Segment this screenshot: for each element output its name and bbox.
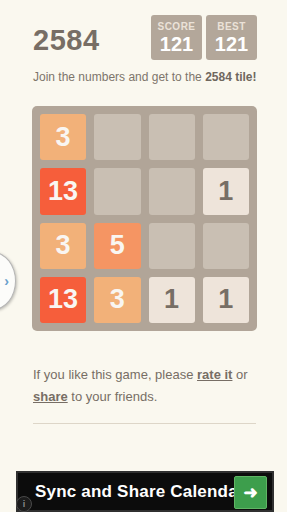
score-value: 121	[160, 33, 193, 55]
score-label: SCORE	[157, 21, 195, 33]
empty-cell	[203, 223, 249, 269]
empty-cell	[94, 114, 140, 160]
ad-banner[interactable]: Sync and Share Calendars ➜ i	[16, 471, 274, 512]
tile-5: 5	[94, 223, 140, 269]
footer-part3: to your friends.	[68, 389, 158, 404]
tile-3: 3	[94, 277, 140, 323]
arrow-right-icon: ➜	[243, 484, 257, 501]
best-box: BEST 121	[206, 15, 257, 60]
side-handle[interactable]: ›	[0, 252, 16, 310]
page-title: 2584	[33, 24, 100, 57]
ad-cta-button[interactable]: ➜	[234, 476, 267, 509]
tile-13: 13	[40, 168, 86, 214]
empty-cell	[94, 168, 140, 214]
share-link[interactable]: share	[33, 389, 68, 404]
best-value: 121	[215, 33, 248, 55]
empty-cell	[149, 168, 195, 214]
score-box: SCORE 121	[151, 15, 202, 60]
subtitle: Join the numbers and get to the 2584 til…	[33, 70, 273, 84]
tile-13: 13	[40, 277, 86, 323]
tile-1: 1	[203, 277, 249, 323]
best-label: BEST	[217, 21, 246, 33]
tile-1: 1	[149, 277, 195, 323]
chevron-right-icon: ›	[4, 274, 9, 288]
score-container: SCORE 121 BEST 121	[151, 15, 257, 60]
tile-3: 3	[40, 223, 86, 269]
empty-cell	[149, 223, 195, 269]
footer-part1: If you like this game, please	[33, 367, 197, 382]
tile-3: 3	[40, 114, 86, 160]
footer-part2: or	[232, 367, 247, 382]
board[interactable]: 31313513311	[32, 106, 257, 331]
app-screen: 2584 SCORE 121 BEST 121 Join the numbers…	[0, 0, 287, 512]
empty-cell	[203, 114, 249, 160]
subtitle-goal: 2584 tile!	[205, 70, 256, 84]
ad-info-icon[interactable]: i	[16, 496, 32, 512]
empty-cell	[149, 114, 195, 160]
subtitle-prefix: Join the numbers and get to the	[33, 70, 205, 84]
rate-link[interactable]: rate it	[197, 367, 232, 382]
ad-text: Sync and Share Calendars	[35, 482, 254, 502]
tile-1: 1	[203, 168, 249, 214]
divider	[33, 423, 256, 424]
footer-text: If you like this game, please rate it or…	[33, 364, 271, 408]
